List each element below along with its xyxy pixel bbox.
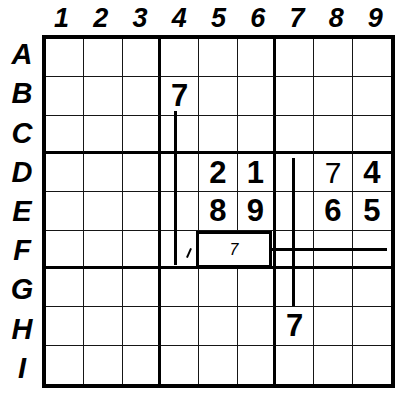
cell-B6[interactable]: [238, 77, 276, 115]
cell-H1[interactable]: [46, 307, 84, 345]
cell-D2[interactable]: [84, 154, 122, 192]
cell-B8[interactable]: [314, 77, 352, 115]
elimination-line-column-4: [174, 111, 177, 265]
column-labels: 123456789: [42, 0, 395, 34]
cell-E4[interactable]: [161, 192, 199, 230]
cell-E2[interactable]: [84, 192, 122, 230]
elimination-line-row-f: [270, 248, 387, 251]
column-label-3: 3: [120, 0, 159, 34]
cell-C1[interactable]: [46, 116, 84, 154]
cell-E9[interactable]: 5: [353, 192, 391, 230]
cell-E7[interactable]: [276, 192, 314, 230]
candidate-box-f5-f6: 7: [196, 231, 272, 268]
column-label-9: 9: [356, 0, 395, 34]
cell-C7[interactable]: [276, 116, 314, 154]
cell-G5[interactable]: [199, 269, 237, 307]
digit-B4: 7: [171, 80, 188, 111]
sudoku-diagram: 123456789 ABCDEFGHI 7217489657 7: [0, 0, 400, 393]
cell-I2[interactable]: [84, 346, 122, 384]
cell-C9[interactable]: [353, 116, 391, 154]
cell-B9[interactable]: [353, 77, 391, 115]
cell-G4[interactable]: [161, 269, 199, 307]
row-label-B: B: [0, 74, 40, 113]
elimination-line-column-7: [292, 158, 295, 306]
cell-A8[interactable]: [314, 39, 352, 77]
digit-E6: 9: [247, 195, 264, 226]
cell-H7[interactable]: 7: [276, 307, 314, 345]
digit-E9: 5: [363, 195, 380, 226]
cell-I5[interactable]: [199, 346, 237, 384]
cell-H5[interactable]: [199, 307, 237, 345]
row-label-A: A: [0, 35, 40, 74]
cell-B1[interactable]: [46, 77, 84, 115]
row-label-F: F: [0, 231, 40, 270]
cell-F2[interactable]: [84, 231, 122, 269]
cell-G3[interactable]: [123, 269, 161, 307]
cell-A1[interactable]: [46, 39, 84, 77]
cell-B2[interactable]: [84, 77, 122, 115]
cell-B7[interactable]: [276, 77, 314, 115]
cell-D5[interactable]: 2: [199, 154, 237, 192]
cell-I7[interactable]: [276, 346, 314, 384]
cell-G9[interactable]: [353, 269, 391, 307]
row-label-E: E: [0, 192, 40, 231]
sudoku-board: 7217489657 7: [42, 35, 395, 388]
cell-C5[interactable]: [199, 116, 237, 154]
cell-F3[interactable]: [123, 231, 161, 269]
cell-H9[interactable]: [353, 307, 391, 345]
cell-C2[interactable]: [84, 116, 122, 154]
cell-E8[interactable]: 6: [314, 192, 352, 230]
cell-D9[interactable]: 4: [353, 154, 391, 192]
cell-E6[interactable]: 9: [238, 192, 276, 230]
cell-I3[interactable]: [123, 346, 161, 384]
cell-C3[interactable]: [123, 116, 161, 154]
digit-H7: 7: [286, 310, 303, 341]
cell-F1[interactable]: [46, 231, 84, 269]
cell-B5[interactable]: [199, 77, 237, 115]
cell-G6[interactable]: [238, 269, 276, 307]
column-label-2: 2: [81, 0, 120, 34]
column-label-1: 1: [42, 0, 81, 34]
column-label-7: 7: [277, 0, 316, 34]
row-labels: ABCDEFGHI: [0, 35, 40, 388]
cell-D6[interactable]: 1: [238, 154, 276, 192]
digit-D8: 7: [325, 158, 342, 188]
row-label-C: C: [0, 113, 40, 152]
column-label-8: 8: [317, 0, 356, 34]
cell-G2[interactable]: [84, 269, 122, 307]
cell-I1[interactable]: [46, 346, 84, 384]
row-label-G: G: [0, 270, 40, 309]
cell-I8[interactable]: [314, 346, 352, 384]
cell-H6[interactable]: [238, 307, 276, 345]
cell-H4[interactable]: [161, 307, 199, 345]
candidate-digit: 7: [230, 242, 239, 258]
cell-D3[interactable]: [123, 154, 161, 192]
cell-A2[interactable]: [84, 39, 122, 77]
cell-I9[interactable]: [353, 346, 391, 384]
cell-I6[interactable]: [238, 346, 276, 384]
cell-A5[interactable]: [199, 39, 237, 77]
column-label-5: 5: [199, 0, 238, 34]
column-label-4: 4: [160, 0, 199, 34]
cell-D1[interactable]: [46, 154, 84, 192]
cell-G1[interactable]: [46, 269, 84, 307]
cell-B3[interactable]: [123, 77, 161, 115]
cell-E3[interactable]: [123, 192, 161, 230]
cell-D8[interactable]: 7: [314, 154, 352, 192]
cell-D7[interactable]: [276, 154, 314, 192]
cell-I4[interactable]: [161, 346, 199, 384]
cell-E1[interactable]: [46, 192, 84, 230]
column-label-6: 6: [238, 0, 277, 34]
cell-A4[interactable]: [161, 39, 199, 77]
cell-C4[interactable]: [161, 116, 199, 154]
cell-H2[interactable]: [84, 307, 122, 345]
digit-D9: 4: [363, 157, 380, 188]
cell-A7[interactable]: [276, 39, 314, 77]
cell-G8[interactable]: [314, 269, 352, 307]
digit-D6: 1: [247, 157, 264, 188]
cell-G7[interactable]: [276, 269, 314, 307]
cell-A6[interactable]: [238, 39, 276, 77]
cell-D4[interactable]: [161, 154, 199, 192]
cell-B4[interactable]: 7: [161, 77, 199, 115]
row-label-H: H: [0, 310, 40, 349]
cell-C6[interactable]: [238, 116, 276, 154]
digit-E5: 8: [209, 195, 226, 226]
row-label-I: I: [0, 349, 40, 388]
cell-E5[interactable]: 8: [199, 192, 237, 230]
digit-D5: 2: [209, 157, 226, 188]
digit-E8: 6: [324, 195, 341, 226]
cell-C8[interactable]: [314, 116, 352, 154]
cell-F4[interactable]: [161, 231, 199, 269]
cell-H3[interactable]: [123, 307, 161, 345]
cell-A3[interactable]: [123, 39, 161, 77]
cell-A9[interactable]: [353, 39, 391, 77]
cell-H8[interactable]: [314, 307, 352, 345]
row-label-D: D: [0, 153, 40, 192]
